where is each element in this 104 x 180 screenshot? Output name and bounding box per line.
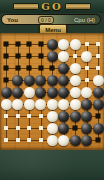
white-territory-marker[interactable] [85,66,89,70]
white-territory-marker[interactable] [85,42,89,46]
black-stone[interactable] [47,87,58,98]
white-stone[interactable] [35,99,46,110]
black-territory-marker[interactable] [4,66,8,70]
white-territory-marker[interactable] [4,126,8,130]
app-title: GO [41,2,62,12]
black-stone[interactable] [12,75,23,86]
black-stone[interactable] [58,123,69,134]
black-territory-marker[interactable] [4,42,8,46]
white-stone[interactable] [81,87,92,98]
capture-counter: 0 / 0 [38,16,54,24]
black-stone[interactable] [58,75,69,86]
white-stone[interactable] [81,51,92,62]
footer-bar: Territory Pass [0,150,104,180]
black-territory-marker[interactable] [50,66,54,70]
white-stone[interactable] [93,75,104,86]
banner-ornament-left [14,4,38,9]
white-stone[interactable] [70,75,81,86]
white-stone[interactable] [47,135,58,146]
white-stone[interactable] [70,99,81,110]
black-stone[interactable] [58,111,69,122]
black-territory-marker[interactable] [27,54,31,58]
black-stone[interactable] [70,111,81,122]
white-territory-marker[interactable] [4,114,8,118]
white-stone[interactable] [24,99,35,110]
title-banner: GO [0,0,104,13]
black-stone[interactable] [81,99,92,110]
player-you-label: You [7,17,18,23]
black-stone[interactable] [93,87,104,98]
banner-ornament-right [66,4,90,9]
go-app-window: GO You 0 / 0 Cpu (H) Menu Territory [0,0,104,180]
black-stone[interactable] [81,135,92,146]
black-stone[interactable] [35,87,46,98]
player-cpu-label: Cpu (H) [74,17,95,23]
black-territory-marker[interactable] [39,66,43,70]
white-territory-marker[interactable] [27,138,31,142]
white-territory-marker[interactable] [96,42,100,46]
black-stone[interactable] [12,87,23,98]
black-stone[interactable] [70,135,81,146]
white-stone[interactable] [70,63,81,74]
go-board[interactable] [0,33,104,150]
white-stone[interactable] [58,39,69,50]
black-territory-marker[interactable] [96,114,100,118]
black-stone[interactable] [93,123,104,134]
white-territory-marker[interactable] [27,126,31,130]
black-territory-marker[interactable] [16,54,20,58]
black-stone[interactable] [1,87,12,98]
white-stone[interactable] [58,51,69,62]
white-territory-marker[interactable] [73,54,77,58]
black-stone[interactable] [47,75,58,86]
white-territory-marker[interactable] [16,126,20,130]
black-territory-marker[interactable] [4,54,8,58]
black-territory-marker[interactable] [16,42,20,46]
white-stone[interactable] [24,87,35,98]
white-territory-marker[interactable] [16,138,20,142]
white-territory-marker[interactable] [39,126,43,130]
white-stone[interactable] [12,99,23,110]
white-territory-marker[interactable] [96,66,100,70]
white-stone[interactable] [70,87,81,98]
black-stone[interactable] [47,51,58,62]
white-stone[interactable] [70,39,81,50]
white-territory-marker[interactable] [39,138,43,142]
black-stone[interactable] [47,39,58,50]
white-territory-marker[interactable] [4,138,8,142]
white-stone[interactable] [1,99,12,110]
black-stone[interactable] [35,75,46,86]
black-stone[interactable] [58,87,69,98]
white-territory-marker[interactable] [27,114,31,118]
white-territory-marker[interactable] [39,114,43,118]
black-stone[interactable] [81,111,92,122]
white-territory-marker[interactable] [85,78,89,82]
white-stone[interactable] [47,111,58,122]
white-stone[interactable] [58,99,69,110]
black-territory-marker[interactable] [39,42,43,46]
black-territory-marker[interactable] [4,78,8,82]
black-territory-marker[interactable] [73,126,77,130]
black-stone[interactable] [93,99,104,110]
black-stone[interactable] [81,123,92,134]
white-stone[interactable] [47,99,58,110]
white-stone[interactable] [47,123,58,134]
white-territory-marker[interactable] [16,114,20,118]
black-territory-marker[interactable] [16,66,20,70]
black-territory-marker[interactable] [27,66,31,70]
black-stone[interactable] [24,75,35,86]
black-territory-marker[interactable] [39,54,43,58]
black-territory-marker[interactable] [96,138,100,142]
white-stone[interactable] [58,135,69,146]
black-stone[interactable] [58,63,69,74]
black-territory-marker[interactable] [27,42,31,46]
white-territory-marker[interactable] [96,54,100,58]
